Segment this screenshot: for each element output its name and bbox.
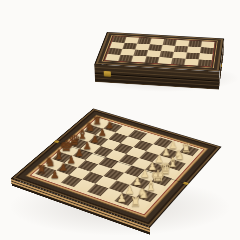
black-pawn: ♟ (66, 155, 75, 165)
brass-clasp-icon (221, 59, 222, 68)
box-square (198, 59, 212, 66)
black-pawn: ♟ (50, 170, 59, 180)
black-rook: ♜ (36, 164, 47, 176)
product-photo: ♜♟♟♜♞♟♟♞♝♟♟♝♛♟♟♛♚♟♟♚♝♟♟♝♞♟♟♞♜♟♟♜ (0, 0, 240, 240)
white-rook: ♜ (130, 196, 141, 208)
white-pawn: ♟ (116, 193, 126, 204)
brass-clasp-icon (104, 71, 111, 77)
black-pawn: ♟ (58, 163, 67, 173)
box-lid-seam (95, 73, 220, 81)
closed-chess-box (94, 32, 224, 72)
box-square (184, 59, 198, 66)
